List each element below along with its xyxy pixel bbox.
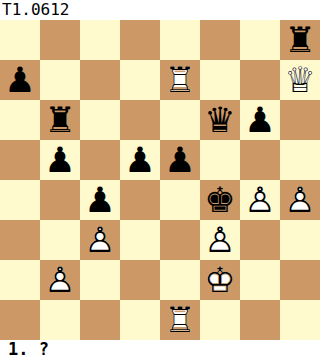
white-pawn-outline: ♙: [80, 220, 120, 260]
square-h7[interactable]: ♛♕: [280, 60, 320, 100]
square-e5[interactable]: ♟: [160, 140, 200, 180]
black-king-piece: ♚: [200, 180, 240, 220]
square-g3[interactable]: [240, 220, 280, 260]
move-prompt: 1. ?: [0, 340, 320, 360]
square-f2[interactable]: ♚♔: [200, 260, 240, 300]
square-e1[interactable]: ♜♖: [160, 300, 200, 340]
square-b4[interactable]: [40, 180, 80, 220]
square-c5[interactable]: [80, 140, 120, 180]
black-pawn-piece: ♟: [240, 100, 280, 140]
square-a7[interactable]: ♟: [0, 60, 40, 100]
square-d6[interactable]: [120, 100, 160, 140]
black-pawn-piece: ♟: [160, 140, 200, 180]
square-d2[interactable]: [120, 260, 160, 300]
square-h5[interactable]: [280, 140, 320, 180]
square-a2[interactable]: [0, 260, 40, 300]
square-f7[interactable]: [200, 60, 240, 100]
white-king-outline: ♔: [200, 260, 240, 300]
puzzle-title: T1.0612: [0, 0, 320, 20]
white-rook-outline: ♖: [160, 300, 200, 340]
square-c6[interactable]: [80, 100, 120, 140]
square-b6[interactable]: ♜: [40, 100, 80, 140]
white-king-piece: ♚♔: [200, 260, 240, 300]
white-pawn-piece: ♟♙: [280, 180, 320, 220]
square-d3[interactable]: [120, 220, 160, 260]
square-h3[interactable]: [280, 220, 320, 260]
square-d7[interactable]: [120, 60, 160, 100]
square-b2[interactable]: ♟♙: [40, 260, 80, 300]
square-c2[interactable]: [80, 260, 120, 300]
black-pawn-piece: ♟: [80, 180, 120, 220]
square-c4[interactable]: ♟: [80, 180, 120, 220]
square-g4[interactable]: ♟♙: [240, 180, 280, 220]
white-pawn-outline: ♙: [40, 260, 80, 300]
white-pawn-piece: ♟♙: [40, 260, 80, 300]
white-pawn-piece: ♟♙: [80, 220, 120, 260]
square-f1[interactable]: [200, 300, 240, 340]
square-c7[interactable]: [80, 60, 120, 100]
square-g6[interactable]: ♟: [240, 100, 280, 140]
black-pawn-piece: ♟: [40, 140, 80, 180]
square-f8[interactable]: [200, 20, 240, 60]
white-pawn-outline: ♙: [280, 180, 320, 220]
square-a4[interactable]: [0, 180, 40, 220]
square-a8[interactable]: [0, 20, 40, 60]
square-g2[interactable]: [240, 260, 280, 300]
square-g7[interactable]: [240, 60, 280, 100]
square-a1[interactable]: [0, 300, 40, 340]
white-rook-outline: ♖: [160, 60, 200, 100]
white-pawn-outline: ♙: [200, 220, 240, 260]
square-e6[interactable]: [160, 100, 200, 140]
square-h4[interactable]: ♟♙: [280, 180, 320, 220]
square-h2[interactable]: [280, 260, 320, 300]
white-rook-piece: ♜♖: [160, 300, 200, 340]
white-queen-piece: ♛♕: [280, 60, 320, 100]
square-e7[interactable]: ♜♖: [160, 60, 200, 100]
black-queen-piece: ♛: [200, 100, 240, 140]
white-pawn-piece: ♟♙: [200, 220, 240, 260]
square-e3[interactable]: [160, 220, 200, 260]
white-pawn-piece: ♟♙: [240, 180, 280, 220]
square-b3[interactable]: [40, 220, 80, 260]
square-a5[interactable]: [0, 140, 40, 180]
square-f6[interactable]: ♛: [200, 100, 240, 140]
square-e4[interactable]: [160, 180, 200, 220]
square-b5[interactable]: ♟: [40, 140, 80, 180]
square-f4[interactable]: ♚: [200, 180, 240, 220]
black-rook-piece: ♜: [280, 20, 320, 60]
square-c3[interactable]: ♟♙: [80, 220, 120, 260]
chess-board: ♜♟♜♖♛♕♜♛♟♟♟♟♟♚♟♙♟♙♟♙♟♙♟♙♚♔♜♖: [0, 20, 320, 340]
square-b1[interactable]: [40, 300, 80, 340]
square-h8[interactable]: ♜: [280, 20, 320, 60]
square-a6[interactable]: [0, 100, 40, 140]
square-g5[interactable]: [240, 140, 280, 180]
square-b7[interactable]: [40, 60, 80, 100]
square-d1[interactable]: [120, 300, 160, 340]
black-pawn-piece: ♟: [120, 140, 160, 180]
square-e2[interactable]: [160, 260, 200, 300]
white-rook-piece: ♜♖: [160, 60, 200, 100]
square-d4[interactable]: [120, 180, 160, 220]
square-a3[interactable]: [0, 220, 40, 260]
black-rook-piece: ♜: [40, 100, 80, 140]
black-pawn-piece: ♟: [0, 60, 40, 100]
square-g1[interactable]: [240, 300, 280, 340]
square-f3[interactable]: ♟♙: [200, 220, 240, 260]
square-c1[interactable]: [80, 300, 120, 340]
square-b8[interactable]: [40, 20, 80, 60]
square-d5[interactable]: ♟: [120, 140, 160, 180]
white-queen-outline: ♕: [280, 60, 320, 100]
square-c8[interactable]: [80, 20, 120, 60]
square-h1[interactable]: [280, 300, 320, 340]
square-h6[interactable]: [280, 100, 320, 140]
white-pawn-outline: ♙: [240, 180, 280, 220]
square-g8[interactable]: [240, 20, 280, 60]
square-f5[interactable]: [200, 140, 240, 180]
square-e8[interactable]: [160, 20, 200, 60]
square-d8[interactable]: [120, 20, 160, 60]
